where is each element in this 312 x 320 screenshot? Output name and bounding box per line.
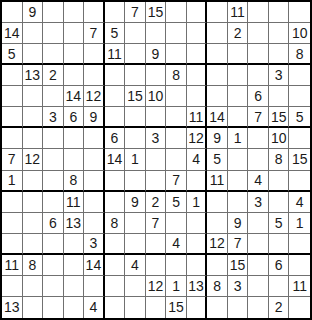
cell-r8c12[interactable] (228, 149, 249, 170)
cell-r6c2[interactable] (23, 107, 44, 128)
cell-r14c1[interactable] (2, 276, 23, 297)
cell-r11c13[interactable] (248, 213, 269, 234)
cell-r5c2[interactable] (23, 86, 44, 107)
cell-r11c3: 6 (43, 213, 64, 234)
cell-r2c8[interactable] (146, 23, 167, 44)
cell-r1c10[interactable] (187, 2, 208, 23)
cell-r7c8: 3 (146, 128, 167, 149)
cell-r7c12: 1 (228, 128, 249, 149)
cell-r12c2[interactable] (23, 234, 44, 255)
cell-r13c1: 11 (2, 255, 23, 276)
cell-r12c14[interactable] (269, 234, 290, 255)
cell-r12c13[interactable] (248, 234, 269, 255)
cell-r14c11: 8 (207, 276, 228, 297)
cell-r14c5[interactable] (84, 276, 105, 297)
cell-r4c3: 2 (43, 65, 64, 86)
cell-r7c10: 12 (187, 128, 208, 149)
cell-r3c10[interactable] (187, 44, 208, 65)
cell-r6c15: 5 (289, 107, 310, 128)
cell-r3c13[interactable] (248, 44, 269, 65)
cell-r15c2[interactable] (23, 297, 44, 318)
cell-r5c1[interactable] (2, 86, 23, 107)
cell-r15c9: 15 (166, 297, 187, 318)
cell-r9c14[interactable] (269, 171, 290, 192)
cell-r1c3[interactable] (43, 2, 64, 23)
cell-r3c11[interactable] (207, 44, 228, 65)
cell-r12c8[interactable] (146, 234, 167, 255)
cell-r11c14: 5 (269, 213, 290, 234)
cell-r8c10: 4 (187, 149, 208, 170)
cell-r11c8: 7 (146, 213, 167, 234)
cell-r13c3[interactable] (43, 255, 64, 276)
cell-r2c10[interactable] (187, 23, 208, 44)
cell-r12c15[interactable] (289, 234, 310, 255)
cell-r4c9: 8 (166, 65, 187, 86)
cell-r8c11: 5 (207, 149, 228, 170)
cell-r12c1[interactable] (2, 234, 23, 255)
cell-r12c7[interactable] (125, 234, 146, 255)
cell-r8c3[interactable] (43, 149, 64, 170)
cell-r5c10[interactable] (187, 86, 208, 107)
cell-r9c4: 8 (64, 171, 85, 192)
cell-r10c13: 3 (248, 192, 269, 213)
cell-r13c12: 15 (228, 255, 249, 276)
cell-r1c5[interactable] (84, 2, 105, 23)
cell-r6c8[interactable] (146, 107, 167, 128)
cell-r11c15: 1 (289, 213, 310, 234)
cell-r12c12: 7 (228, 234, 249, 255)
cell-r7c2[interactable] (23, 128, 44, 149)
cell-r3c3[interactable] (43, 44, 64, 65)
cell-r2c3[interactable] (43, 23, 64, 44)
cell-r7c6: 6 (105, 128, 126, 149)
cell-r1c11[interactable] (207, 2, 228, 23)
cell-r6c9[interactable] (166, 107, 187, 128)
cell-r11c7[interactable] (125, 213, 146, 234)
cell-r3c1: 5 (2, 44, 23, 65)
cell-r11c5[interactable] (84, 213, 105, 234)
cell-r2c4[interactable] (64, 23, 85, 44)
cell-r1c9[interactable] (166, 2, 187, 23)
cell-r8c6: 14 (105, 149, 126, 170)
cell-r4c2: 13 (23, 65, 44, 86)
sudoku-board: 9715111475210511981328314121510636911147… (0, 0, 312, 320)
cell-r1c1[interactable] (2, 2, 23, 23)
cell-r4c14: 3 (269, 65, 290, 86)
cell-r2c11[interactable] (207, 23, 228, 44)
cell-r15c3[interactable] (43, 297, 64, 318)
cell-r9c3[interactable] (43, 171, 64, 192)
cell-r12c9: 4 (166, 234, 187, 255)
cell-r14c15: 11 (289, 276, 310, 297)
cell-r10c9: 5 (166, 192, 187, 213)
cell-r9c13: 4 (248, 171, 269, 192)
cell-r5c9[interactable] (166, 86, 187, 107)
cell-r3c12[interactable] (228, 44, 249, 65)
cell-r15c7[interactable] (125, 297, 146, 318)
cell-r8c15: 15 (289, 149, 310, 170)
cell-r10c6[interactable] (105, 192, 126, 213)
cell-r5c8: 10 (146, 86, 167, 107)
cell-r4c6[interactable] (105, 65, 126, 86)
cell-r3c7[interactable] (125, 44, 146, 65)
cell-r1c15[interactable] (289, 2, 310, 23)
cell-r6c3: 3 (43, 107, 64, 128)
cell-r14c3[interactable] (43, 276, 64, 297)
cell-r15c13[interactable] (248, 297, 269, 318)
cell-r1c8: 15 (146, 2, 167, 23)
cell-r8c4[interactable] (64, 149, 85, 170)
cell-r5c12[interactable] (228, 86, 249, 107)
cell-r7c5[interactable] (84, 128, 105, 149)
cell-r10c11[interactable] (207, 192, 228, 213)
cell-r8c8[interactable] (146, 149, 167, 170)
cell-r10c12[interactable] (228, 192, 249, 213)
cell-r6c7[interactable] (125, 107, 146, 128)
cell-r15c10[interactable] (187, 297, 208, 318)
cell-r4c4[interactable] (64, 65, 85, 86)
cell-r2c12: 2 (228, 23, 249, 44)
cell-r3c5[interactable] (84, 44, 105, 65)
cell-r5c11[interactable] (207, 86, 228, 107)
cell-r6c14: 15 (269, 107, 290, 128)
cell-r12c4[interactable] (64, 234, 85, 255)
cell-r3c14[interactable] (269, 44, 290, 65)
cell-r6c6[interactable] (105, 107, 126, 128)
cell-r13c2: 8 (23, 255, 44, 276)
cell-r13c15[interactable] (289, 255, 310, 276)
cell-r15c1: 13 (2, 297, 23, 318)
cell-r4c13[interactable] (248, 65, 269, 86)
cell-r1c2: 9 (23, 2, 44, 23)
cell-r14c7[interactable] (125, 276, 146, 297)
cell-r8c7: 1 (125, 149, 146, 170)
cell-r7c11: 9 (207, 128, 228, 149)
cell-r9c10[interactable] (187, 171, 208, 192)
cell-r1c14[interactable] (269, 2, 290, 23)
cell-r9c8[interactable] (146, 171, 167, 192)
cell-r14c6[interactable] (105, 276, 126, 297)
cell-r13c11[interactable] (207, 255, 228, 276)
cell-r8c13[interactable] (248, 149, 269, 170)
cell-r7c7[interactable] (125, 128, 146, 149)
cell-r14c9: 1 (166, 276, 187, 297)
cell-r13c9[interactable] (166, 255, 187, 276)
cell-r5c14[interactable] (269, 86, 290, 107)
cell-r9c9: 7 (166, 171, 187, 192)
cell-r3c2[interactable] (23, 44, 44, 65)
cell-r6c5: 9 (84, 107, 105, 128)
cell-r15c12[interactable] (228, 297, 249, 318)
cell-r7c15[interactable] (289, 128, 310, 149)
cell-r2c15: 10 (289, 23, 310, 44)
cell-r10c10: 1 (187, 192, 208, 213)
cell-r11c4: 13 (64, 213, 85, 234)
cell-r11c12: 9 (228, 213, 249, 234)
cell-r4c12[interactable] (228, 65, 249, 86)
cell-r2c1: 14 (2, 23, 23, 44)
cell-r14c14[interactable] (269, 276, 290, 297)
cell-r6c10: 11 (187, 107, 208, 128)
cell-r13c5: 14 (84, 255, 105, 276)
cell-r1c7: 7 (125, 2, 146, 23)
cell-r13c8[interactable] (146, 255, 167, 276)
cell-r9c2[interactable] (23, 171, 44, 192)
cell-r12c10[interactable] (187, 234, 208, 255)
cell-r9c11: 11 (207, 171, 228, 192)
cell-r13c10[interactable] (187, 255, 208, 276)
cell-r11c10[interactable] (187, 213, 208, 234)
cell-r10c5[interactable] (84, 192, 105, 213)
cell-r7c13[interactable] (248, 128, 269, 149)
cell-r13c14: 6 (269, 255, 290, 276)
cell-r2c9[interactable] (166, 23, 187, 44)
cell-r12c5: 3 (84, 234, 105, 255)
cell-r1c4[interactable] (64, 2, 85, 23)
cell-r14c10: 13 (187, 276, 208, 297)
cell-r11c11[interactable] (207, 213, 228, 234)
cell-r8c1: 7 (2, 149, 23, 170)
cell-r15c8[interactable] (146, 297, 167, 318)
cell-r10c3[interactable] (43, 192, 64, 213)
cell-r8c9[interactable] (166, 149, 187, 170)
cell-r6c4: 6 (64, 107, 85, 128)
cell-r4c10[interactable] (187, 65, 208, 86)
cell-r7c1[interactable] (2, 128, 23, 149)
cell-r15c14: 2 (269, 297, 290, 318)
cell-r11c1[interactable] (2, 213, 23, 234)
cell-r4c8[interactable] (146, 65, 167, 86)
cell-r11c2[interactable] (23, 213, 44, 234)
cell-r8c2: 12 (23, 149, 44, 170)
cell-r5c5: 12 (84, 86, 105, 107)
cell-r5c15[interactable] (289, 86, 310, 107)
cell-r4c7[interactable] (125, 65, 146, 86)
cell-r13c13[interactable] (248, 255, 269, 276)
cell-r10c14[interactable] (269, 192, 290, 213)
cell-r5c6[interactable] (105, 86, 126, 107)
cell-r12c3[interactable] (43, 234, 64, 255)
cell-r6c1[interactable] (2, 107, 23, 128)
cell-r9c7[interactable] (125, 171, 146, 192)
cell-r8c5[interactable] (84, 149, 105, 170)
cell-r5c7: 15 (125, 86, 146, 107)
cell-r2c6: 5 (105, 23, 126, 44)
cell-r3c6: 11 (105, 44, 126, 65)
cell-r10c7: 9 (125, 192, 146, 213)
cell-r2c7[interactable] (125, 23, 146, 44)
cell-r10c8: 2 (146, 192, 167, 213)
cell-r3c4[interactable] (64, 44, 85, 65)
cell-r14c4[interactable] (64, 276, 85, 297)
cell-r2c14[interactable] (269, 23, 290, 44)
cell-r7c3[interactable] (43, 128, 64, 149)
cell-r11c9[interactable] (166, 213, 187, 234)
cell-r2c5: 7 (84, 23, 105, 44)
cell-r4c1[interactable] (2, 65, 23, 86)
cell-r10c2[interactable] (23, 192, 44, 213)
cell-r9c1: 1 (2, 171, 23, 192)
cell-r15c11[interactable] (207, 297, 228, 318)
cell-r4c5[interactable] (84, 65, 105, 86)
cell-r5c13: 6 (248, 86, 269, 107)
cell-r1c12: 11 (228, 2, 249, 23)
cell-r15c15[interactable] (289, 297, 310, 318)
cell-r9c15[interactable] (289, 171, 310, 192)
cell-r1c6[interactable] (105, 2, 126, 23)
cell-r4c11[interactable] (207, 65, 228, 86)
cell-r15c6[interactable] (105, 297, 126, 318)
cell-r1c13[interactable] (248, 2, 269, 23)
cell-r3c9[interactable] (166, 44, 187, 65)
cell-r12c6[interactable] (105, 234, 126, 255)
cell-r14c8: 12 (146, 276, 167, 297)
cell-r3c15: 8 (289, 44, 310, 65)
cell-r7c4[interactable] (64, 128, 85, 149)
cell-r4c15[interactable] (289, 65, 310, 86)
cell-r15c4[interactable] (64, 297, 85, 318)
cell-r2c13[interactable] (248, 23, 269, 44)
cell-r12c11: 12 (207, 234, 228, 255)
cell-r9c6[interactable] (105, 171, 126, 192)
cell-r14c13[interactable] (248, 276, 269, 297)
cell-r11c6: 8 (105, 213, 126, 234)
cell-r15c5: 4 (84, 297, 105, 318)
cell-r10c4: 11 (64, 192, 85, 213)
cell-r13c4[interactable] (64, 255, 85, 276)
cell-r13c6[interactable] (105, 255, 126, 276)
cell-r6c12[interactable] (228, 107, 249, 128)
cell-r7c9[interactable] (166, 128, 187, 149)
cell-r2c2[interactable] (23, 23, 44, 44)
cell-r8c14: 8 (269, 149, 290, 170)
cell-r14c12: 3 (228, 276, 249, 297)
cell-r10c15: 4 (289, 192, 310, 213)
cell-r3c8: 9 (146, 44, 167, 65)
cell-r5c4: 14 (64, 86, 85, 107)
cell-r13c7: 4 (125, 255, 146, 276)
cell-r10c1[interactable] (2, 192, 23, 213)
cell-r14c2[interactable] (23, 276, 44, 297)
cell-r6c11: 14 (207, 107, 228, 128)
cell-r7c14: 10 (269, 128, 290, 149)
cell-r9c12[interactable] (228, 171, 249, 192)
cell-r6c13: 7 (248, 107, 269, 128)
cell-r9c5[interactable] (84, 171, 105, 192)
cell-r5c3[interactable] (43, 86, 64, 107)
